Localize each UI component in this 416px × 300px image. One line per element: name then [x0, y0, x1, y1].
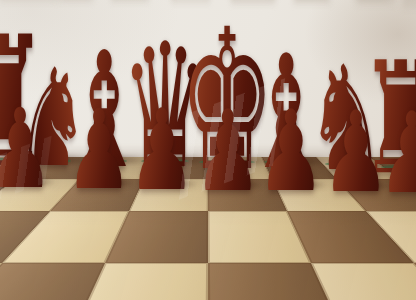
board-square [311, 263, 416, 300]
pawn-glyph: ♟ [0, 94, 54, 204]
pawn-glyph: ♟ [257, 95, 325, 207]
chess-photo-scene: ♜♞♝♛♚♝♞♜ ♜♞♝♛♚♝♞♜♟♟♟♟♟♟♟ [0, 0, 416, 300]
pawn-glyph: ♟ [128, 94, 196, 206]
pawn-glyph: ♟ [378, 97, 416, 209]
pawn-glyph: ♟ [194, 95, 262, 207]
rook-shadow-glyph: ♜ [389, 0, 416, 28]
pawn-glyph: ♟ [65, 95, 132, 205]
